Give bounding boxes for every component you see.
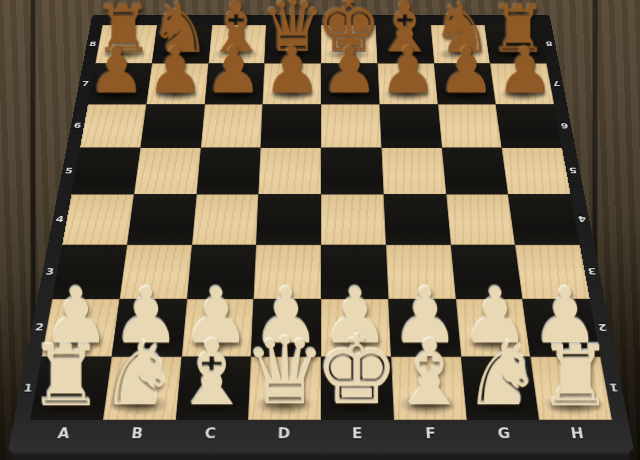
square-b7[interactable]: ♟ bbox=[146, 63, 208, 104]
square-d5[interactable] bbox=[259, 148, 321, 195]
square-c4[interactable] bbox=[192, 194, 259, 244]
piece-black-pawn[interactable]: ♟ bbox=[205, 39, 262, 103]
square-g6[interactable] bbox=[438, 104, 502, 148]
game-screen: ♜♞♝♛♚♝♞♜♟♟♟♟♟♟♟♟♟♟♟♟♟♟♟♟♜♞♝♛♚♝♞♜ 8877665… bbox=[0, 0, 640, 460]
piece-white-rook[interactable]: ♜ bbox=[29, 334, 104, 418]
square-h4[interactable] bbox=[508, 194, 580, 244]
square-b1[interactable]: ♞ bbox=[103, 357, 182, 420]
square-a4[interactable] bbox=[62, 194, 134, 244]
square-f6[interactable] bbox=[379, 104, 441, 148]
square-g5[interactable] bbox=[442, 148, 509, 195]
file-label-h: H bbox=[539, 420, 617, 448]
square-b4[interactable] bbox=[127, 194, 196, 244]
square-c1[interactable]: ♝ bbox=[176, 357, 252, 420]
piece-black-pawn[interactable]: ♟ bbox=[380, 39, 437, 103]
board-front-edge bbox=[12, 451, 630, 460]
square-a7[interactable]: ♟ bbox=[88, 63, 152, 104]
square-c7[interactable]: ♟ bbox=[204, 63, 264, 104]
piece-white-bishop[interactable]: ♝ bbox=[390, 328, 471, 418]
board-rim: ♜♞♝♛♚♝♞♜♟♟♟♟♟♟♟♟♟♟♟♟♟♟♟♟♜♞♝♛♚♝♞♜ 8877665… bbox=[8, 15, 634, 451]
file-label-c: C bbox=[173, 420, 248, 448]
square-d7[interactable]: ♟ bbox=[263, 63, 321, 104]
square-h7[interactable]: ♟ bbox=[490, 63, 554, 104]
piece-black-pawn[interactable]: ♟ bbox=[438, 39, 495, 103]
file-label-a: A bbox=[25, 420, 103, 448]
piece-white-king[interactable]: ♚ bbox=[315, 324, 399, 418]
square-g7[interactable]: ♟ bbox=[434, 63, 496, 104]
scene: ♜♞♝♛♚♝♞♜♟♟♟♟♟♟♟♟♟♟♟♟♟♟♟♟♜♞♝♛♚♝♞♜ 8877665… bbox=[0, 0, 640, 460]
square-e7[interactable]: ♟ bbox=[321, 63, 379, 104]
piece-white-queen[interactable]: ♛ bbox=[243, 326, 325, 418]
file-label-e: E bbox=[321, 420, 395, 448]
square-d1[interactable]: ♛ bbox=[248, 357, 321, 420]
square-b5[interactable] bbox=[134, 148, 201, 195]
square-f1[interactable]: ♝ bbox=[391, 357, 467, 420]
file-label-f: F bbox=[394, 420, 469, 448]
square-d4[interactable] bbox=[256, 194, 321, 244]
square-c5[interactable] bbox=[196, 148, 261, 195]
square-c6[interactable] bbox=[200, 104, 262, 148]
chessboard-squares[interactable]: ♜♞♝♛♚♝♞♜♟♟♟♟♟♟♟♟♟♟♟♟♟♟♟♟♜♞♝♛♚♝♞♜ bbox=[30, 25, 612, 420]
square-h5[interactable] bbox=[502, 148, 571, 195]
piece-white-knight[interactable]: ♞ bbox=[463, 330, 542, 418]
piece-black-pawn[interactable]: ♟ bbox=[147, 39, 204, 103]
piece-black-pawn[interactable]: ♟ bbox=[321, 39, 378, 103]
square-f7[interactable]: ♟ bbox=[377, 63, 437, 104]
square-d6[interactable] bbox=[261, 104, 321, 148]
square-e4[interactable] bbox=[321, 194, 386, 244]
square-e1[interactable]: ♚ bbox=[321, 357, 394, 420]
square-a5[interactable] bbox=[71, 148, 140, 195]
piece-black-pawn[interactable]: ♟ bbox=[496, 39, 553, 103]
piece-black-pawn[interactable]: ♟ bbox=[263, 39, 320, 103]
square-a6[interactable] bbox=[80, 104, 146, 148]
piece-white-rook[interactable]: ♜ bbox=[538, 334, 613, 418]
square-e5[interactable] bbox=[321, 148, 383, 195]
file-label-g: G bbox=[467, 420, 544, 448]
piece-black-pawn[interactable]: ♟ bbox=[89, 39, 146, 103]
square-b6[interactable] bbox=[140, 104, 204, 148]
piece-white-bishop[interactable]: ♝ bbox=[172, 328, 253, 418]
square-e6[interactable] bbox=[321, 104, 381, 148]
square-h1[interactable]: ♜ bbox=[531, 357, 612, 420]
file-label-d: D bbox=[247, 420, 321, 448]
file-label-b: B bbox=[99, 420, 176, 448]
square-f5[interactable] bbox=[381, 148, 446, 195]
square-h6[interactable] bbox=[496, 104, 562, 148]
piece-white-knight[interactable]: ♞ bbox=[100, 330, 179, 418]
square-g1[interactable]: ♞ bbox=[461, 357, 540, 420]
square-f4[interactable] bbox=[383, 194, 450, 244]
square-g4[interactable] bbox=[446, 194, 515, 244]
